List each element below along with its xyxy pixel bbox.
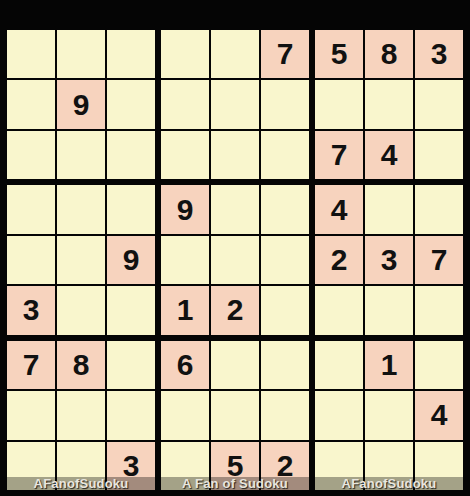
cell-r1c5[interactable]	[211, 30, 259, 78]
cell-r9c6[interactable]: 2	[261, 442, 309, 490]
cell-r6c8[interactable]	[365, 286, 413, 334]
cell-r6c4[interactable]: 1	[161, 286, 209, 334]
cell-r7c8[interactable]: 1	[365, 341, 413, 389]
sudoku-box-9: 14	[315, 341, 463, 490]
cell-r6c3[interactable]	[107, 286, 155, 334]
cell-r3c7[interactable]: 7	[315, 131, 363, 179]
cell-r2c3[interactable]	[107, 80, 155, 128]
cell-r7c6[interactable]	[261, 341, 309, 389]
cell-r4c6[interactable]	[261, 185, 309, 233]
cell-r2c2[interactable]: 9	[57, 80, 105, 128]
cell-r5c2[interactable]	[57, 236, 105, 284]
cell-r7c2[interactable]: 8	[57, 341, 105, 389]
cell-r5c8[interactable]: 3	[365, 236, 413, 284]
cell-r3c2[interactable]	[57, 131, 105, 179]
cell-r3c5[interactable]	[211, 131, 259, 179]
cell-r3c8[interactable]: 4	[365, 131, 413, 179]
cell-r5c4[interactable]	[161, 236, 209, 284]
cell-r1c2[interactable]	[57, 30, 105, 78]
cell-r6c6[interactable]	[261, 286, 309, 334]
cell-r6c2[interactable]	[57, 286, 105, 334]
cell-r3c6[interactable]	[261, 131, 309, 179]
cell-r1c3[interactable]	[107, 30, 155, 78]
cell-r8c5[interactable]	[211, 391, 259, 439]
cell-r5c7[interactable]: 2	[315, 236, 363, 284]
cell-r4c9[interactable]	[415, 185, 463, 233]
cell-r6c1[interactable]: 3	[7, 286, 55, 334]
cell-r2c4[interactable]	[161, 80, 209, 128]
cell-r2c7[interactable]	[315, 80, 363, 128]
cell-r7c9[interactable]	[415, 341, 463, 389]
cell-r5c9[interactable]: 7	[415, 236, 463, 284]
cell-r9c3[interactable]: 3	[107, 442, 155, 490]
cell-r9c2[interactable]	[57, 442, 105, 490]
sudoku-box-7: 783	[7, 341, 155, 490]
sudoku-board: 975837493912423778365214	[7, 30, 463, 490]
sudoku-box-4: 93	[7, 185, 155, 334]
cell-r7c4[interactable]: 6	[161, 341, 209, 389]
cell-r7c3[interactable]	[107, 341, 155, 389]
cell-r3c4[interactable]	[161, 131, 209, 179]
cell-r9c9[interactable]	[415, 442, 463, 490]
sudoku-box-3: 58374	[315, 30, 463, 179]
cell-r9c7[interactable]	[315, 442, 363, 490]
cell-r7c7[interactable]	[315, 341, 363, 389]
cell-r4c7[interactable]: 4	[315, 185, 363, 233]
sudoku-box-8: 652	[161, 341, 309, 490]
cell-r2c6[interactable]	[261, 80, 309, 128]
cell-r6c5[interactable]: 2	[211, 286, 259, 334]
cell-r1c8[interactable]: 8	[365, 30, 413, 78]
cell-r1c4[interactable]	[161, 30, 209, 78]
cell-r2c1[interactable]	[7, 80, 55, 128]
cell-r5c1[interactable]	[7, 236, 55, 284]
cell-r9c4[interactable]	[161, 442, 209, 490]
cell-r1c1[interactable]	[7, 30, 55, 78]
cell-r8c3[interactable]	[107, 391, 155, 439]
cell-r5c3[interactable]: 9	[107, 236, 155, 284]
cell-r8c1[interactable]	[7, 391, 55, 439]
cell-r7c5[interactable]	[211, 341, 259, 389]
cell-r2c9[interactable]	[415, 80, 463, 128]
cell-r6c7[interactable]	[315, 286, 363, 334]
cell-r8c8[interactable]	[365, 391, 413, 439]
cell-r1c6[interactable]: 7	[261, 30, 309, 78]
cell-r3c1[interactable]	[7, 131, 55, 179]
cell-r4c2[interactable]	[57, 185, 105, 233]
cell-r3c9[interactable]	[415, 131, 463, 179]
sudoku-box-6: 4237	[315, 185, 463, 334]
cell-r8c9[interactable]: 4	[415, 391, 463, 439]
sudoku-box-1: 9	[7, 30, 155, 179]
cell-r4c3[interactable]	[107, 185, 155, 233]
cell-r3c3[interactable]	[107, 131, 155, 179]
cell-r1c9[interactable]: 3	[415, 30, 463, 78]
cell-r8c7[interactable]	[315, 391, 363, 439]
cell-r4c4[interactable]: 9	[161, 185, 209, 233]
cell-r4c8[interactable]	[365, 185, 413, 233]
cell-r4c1[interactable]	[7, 185, 55, 233]
cell-r1c7[interactable]: 5	[315, 30, 363, 78]
cell-r6c9[interactable]	[415, 286, 463, 334]
sudoku-box-2: 7	[161, 30, 309, 179]
cell-r5c6[interactable]	[261, 236, 309, 284]
cell-r9c5[interactable]: 5	[211, 442, 259, 490]
cell-r7c1[interactable]: 7	[7, 341, 55, 389]
cell-r8c6[interactable]	[261, 391, 309, 439]
cell-r2c5[interactable]	[211, 80, 259, 128]
cell-r2c8[interactable]	[365, 80, 413, 128]
cell-r8c2[interactable]	[57, 391, 105, 439]
sudoku-box-5: 912	[161, 185, 309, 334]
sudoku-app-frame: 975837493912423778365214 AFanofSudoku A …	[0, 0, 470, 496]
cell-r4c5[interactable]	[211, 185, 259, 233]
cell-r5c5[interactable]	[211, 236, 259, 284]
cell-r9c8[interactable]	[365, 442, 413, 490]
cell-r9c1[interactable]	[7, 442, 55, 490]
cell-r8c4[interactable]	[161, 391, 209, 439]
